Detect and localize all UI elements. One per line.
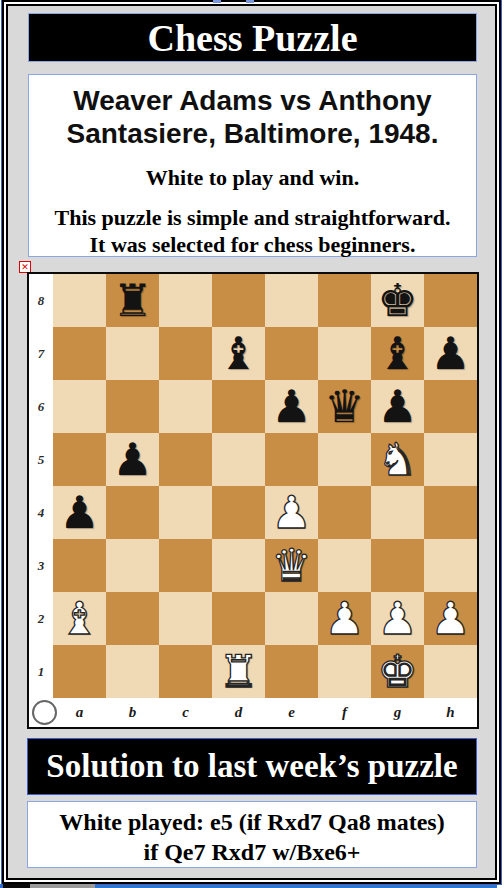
- square-e4: ♟: [265, 486, 318, 539]
- piece-black-pawn-a4: ♟: [59, 486, 99, 539]
- piece-white-pawn-g2: ♟: [377, 592, 417, 645]
- square-b8: ♜: [106, 274, 159, 327]
- square-c8: [159, 274, 212, 327]
- file-label-d: d: [212, 698, 265, 727]
- rank-label-6: 6: [29, 380, 53, 433]
- square-c7: [159, 327, 212, 380]
- solution-text-box: White played: e5 (if Rxd7 Qa8 mates) if …: [27, 801, 477, 868]
- solution-title: Solution to last week’s puzzle: [46, 748, 457, 785]
- piece-black-pawn-g6: ♟: [377, 380, 417, 433]
- rank-label-2: 2: [29, 592, 53, 645]
- square-g1: ♚: [371, 645, 424, 698]
- solution-line-1: White played: e5 (if Rxd7 Qa8 mates): [28, 807, 476, 837]
- file-label-a: a: [53, 698, 106, 727]
- square-c2: [159, 592, 212, 645]
- piece-black-queen-f6: ♛: [324, 380, 364, 433]
- square-b5: ♟: [106, 433, 159, 486]
- square-b1: [106, 645, 159, 698]
- piece-white-knight-g5: ♞: [377, 433, 417, 486]
- file-label-g: g: [371, 698, 424, 727]
- square-d5: [212, 433, 265, 486]
- file-label-h: h: [424, 698, 477, 727]
- square-a7: [53, 327, 106, 380]
- square-c1: [159, 645, 212, 698]
- page: Chess Puzzle Weaver Adams vs Anthony San…: [0, 0, 504, 888]
- rank-label-7: 7: [29, 327, 53, 380]
- square-e8: [265, 274, 318, 327]
- square-f5: [318, 433, 371, 486]
- piece-black-king-g8: ♚: [377, 274, 417, 327]
- file-label-c: c: [159, 698, 212, 727]
- matchup-heading: Weaver Adams vs Anthony Santasiere, Balt…: [29, 84, 476, 150]
- square-a5: [53, 433, 106, 486]
- piece-black-bishop-d7: ♝: [218, 327, 258, 380]
- rank-label-4: 4: [29, 486, 53, 539]
- square-b3: [106, 539, 159, 592]
- piece-black-pawn-b5: ♟: [112, 433, 152, 486]
- piece-black-pawn-h7: ♟: [430, 327, 470, 380]
- square-f2: ♟: [318, 592, 371, 645]
- move-indicator-cell: [29, 698, 53, 727]
- square-d4: [212, 486, 265, 539]
- square-e5: [265, 433, 318, 486]
- square-d6: [212, 380, 265, 433]
- square-h2: ♟: [424, 592, 477, 645]
- rank-label-8: 8: [29, 274, 53, 327]
- square-h6: [424, 380, 477, 433]
- square-f4: [318, 486, 371, 539]
- square-a4: ♟: [53, 486, 106, 539]
- solution-title-banner: Solution to last week’s puzzle: [27, 738, 477, 795]
- matchup-line-2: Santasiere, Baltimore, 1948.: [29, 117, 476, 150]
- square-h4: [424, 486, 477, 539]
- square-h5: [424, 433, 477, 486]
- puzzle-title-banner: Chess Puzzle: [28, 13, 477, 62]
- square-f6: ♛: [318, 380, 371, 433]
- square-c3: [159, 539, 212, 592]
- piece-black-bishop-g7: ♝: [377, 327, 417, 380]
- screen-edge-artifact: [3, 884, 30, 888]
- square-d2: [212, 592, 265, 645]
- puzzle-intro-box: Weaver Adams vs Anthony Santasiere, Balt…: [28, 74, 477, 257]
- piece-white-pawn-f2: ♟: [324, 592, 364, 645]
- solution-line-2: if Qe7 Rxd7 w/Bxe6+: [28, 837, 476, 867]
- square-f8: [318, 274, 371, 327]
- square-d7: ♝: [212, 327, 265, 380]
- note-line-1: This puzzle is simple and straightforwar…: [29, 204, 476, 231]
- square-g3: [371, 539, 424, 592]
- note-text: This puzzle is simple and straightforwar…: [29, 204, 476, 258]
- piece-black-rook-b8: ♜: [112, 274, 152, 327]
- square-b2: [106, 592, 159, 645]
- note-line-2: It was selected for chess beginners.: [29, 231, 476, 258]
- square-h8: [424, 274, 477, 327]
- square-h3: [424, 539, 477, 592]
- square-g6: ♟: [371, 380, 424, 433]
- board-grid: 8♜♚7♝♝♟6♟♛♟5♟♞4♟♟3♛2♝♟♟♟1♜♚abcdefgh: [29, 274, 477, 727]
- piece-white-rook-d1: ♜: [218, 645, 258, 698]
- piece-white-pawn-e4: ♟: [271, 486, 311, 539]
- square-c5: [159, 433, 212, 486]
- rank-label-3: 3: [29, 539, 53, 592]
- square-g4: [371, 486, 424, 539]
- square-c6: [159, 380, 212, 433]
- square-b4: [106, 486, 159, 539]
- white-to-move-circle-icon: [32, 700, 57, 725]
- file-label-e: e: [265, 698, 318, 727]
- piece-white-queen-e3: ♛: [271, 539, 311, 592]
- square-a1: [53, 645, 106, 698]
- square-b7: [106, 327, 159, 380]
- square-e3: ♛: [265, 539, 318, 592]
- square-e7: [265, 327, 318, 380]
- square-g2: ♟: [371, 592, 424, 645]
- task-text: White to play and win.: [29, 165, 476, 191]
- piece-white-pawn-h2: ♟: [430, 592, 470, 645]
- rank-label-5: 5: [29, 433, 53, 486]
- square-d3: [212, 539, 265, 592]
- square-g8: ♚: [371, 274, 424, 327]
- square-f1: [318, 645, 371, 698]
- rank-label-1: 1: [29, 645, 53, 698]
- square-e6: ♟: [265, 380, 318, 433]
- square-a6: [53, 380, 106, 433]
- square-c4: [159, 486, 212, 539]
- selection-tick: [246, 0, 254, 3]
- square-g7: ♝: [371, 327, 424, 380]
- file-label-f: f: [318, 698, 371, 727]
- square-h7: ♟: [424, 327, 477, 380]
- piece-white-king-g1: ♚: [377, 645, 417, 698]
- chess-board: 8♜♚7♝♝♟6♟♛♟5♟♞4♟♟3♛2♝♟♟♟1♜♚abcdefgh: [27, 272, 479, 729]
- square-a8: [53, 274, 106, 327]
- page-title: Chess Puzzle: [147, 16, 357, 60]
- square-g5: ♞: [371, 433, 424, 486]
- piece-white-bishop-a2: ♝: [59, 592, 99, 645]
- square-e2: [265, 592, 318, 645]
- file-label-b: b: [106, 698, 159, 727]
- piece-black-pawn-e6: ♟: [271, 380, 311, 433]
- square-f3: [318, 539, 371, 592]
- square-e1: [265, 645, 318, 698]
- matchup-line-1: Weaver Adams vs Anthony: [29, 84, 476, 117]
- square-d1: ♜: [212, 645, 265, 698]
- square-a2: ♝: [53, 592, 106, 645]
- selection-tick: [213, 0, 221, 3]
- screen-edge-artifact: [30, 884, 95, 888]
- square-f7: [318, 327, 371, 380]
- square-h1: [424, 645, 477, 698]
- square-d8: [212, 274, 265, 327]
- square-b6: [106, 380, 159, 433]
- square-a3: [53, 539, 106, 592]
